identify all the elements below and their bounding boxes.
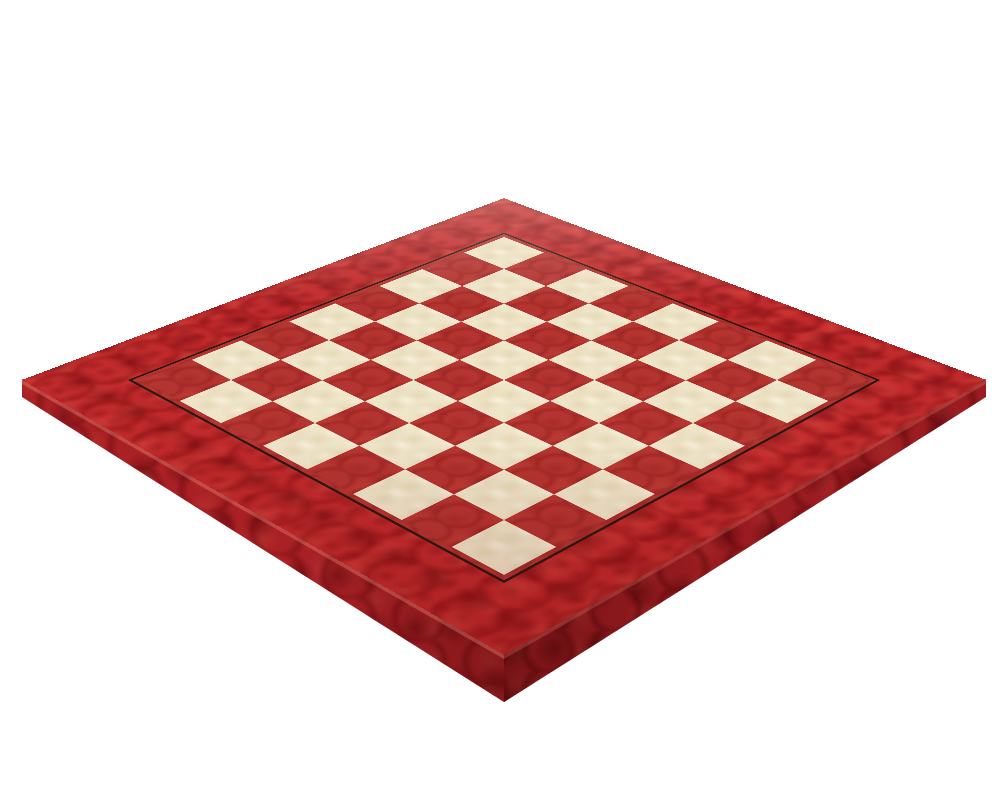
chess-board [22,198,986,655]
board-field-with-pinstripe [128,233,880,583]
product-photo-scene [0,0,1000,800]
perspective-wrapper [0,0,1000,800]
board-grid [141,237,868,575]
